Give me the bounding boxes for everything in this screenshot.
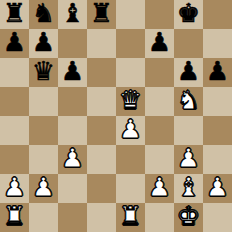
square-b7[interactable]: ♟ xyxy=(29,29,58,58)
square-e8[interactable] xyxy=(116,0,145,29)
square-h3[interactable] xyxy=(203,145,232,174)
square-b4[interactable] xyxy=(29,116,58,145)
square-g1[interactable]: ♚ xyxy=(174,203,203,232)
piece-white-bishop-g2[interactable]: ♝ xyxy=(177,174,200,202)
square-e5[interactable]: ♛ xyxy=(116,87,145,116)
piece-white-rook-a1[interactable]: ♜ xyxy=(3,203,26,231)
square-c4[interactable] xyxy=(58,116,87,145)
piece-white-king-g1[interactable]: ♚ xyxy=(177,203,200,231)
square-h7[interactable] xyxy=(203,29,232,58)
square-d3[interactable] xyxy=(87,145,116,174)
square-f5[interactable] xyxy=(145,87,174,116)
square-h5[interactable] xyxy=(203,87,232,116)
square-c8[interactable]: ♝ xyxy=(58,0,87,29)
square-b2[interactable]: ♟ xyxy=(29,174,58,203)
piece-white-pawn-b2[interactable]: ♟ xyxy=(32,174,55,202)
square-f7[interactable]: ♟ xyxy=(145,29,174,58)
square-a8[interactable]: ♜ xyxy=(0,0,29,29)
square-b1[interactable] xyxy=(29,203,58,232)
piece-black-bishop-c8[interactable]: ♝ xyxy=(61,0,84,28)
piece-black-pawn-g6[interactable]: ♟ xyxy=(177,58,200,86)
square-g5[interactable]: ♞ xyxy=(174,87,203,116)
piece-black-pawn-h6[interactable]: ♟ xyxy=(206,58,229,86)
piece-white-pawn-e4[interactable]: ♟ xyxy=(119,116,142,144)
piece-black-pawn-a7[interactable]: ♟ xyxy=(3,29,26,57)
square-f8[interactable] xyxy=(145,0,174,29)
piece-black-knight-b8[interactable]: ♞ xyxy=(32,0,55,28)
piece-white-pawn-f2[interactable]: ♟ xyxy=(148,174,171,202)
piece-white-pawn-h2[interactable]: ♟ xyxy=(206,174,229,202)
piece-black-queen-b6[interactable]: ♛ xyxy=(32,58,55,86)
square-d6[interactable] xyxy=(87,58,116,87)
square-f4[interactable] xyxy=(145,116,174,145)
square-h4[interactable] xyxy=(203,116,232,145)
square-c7[interactable] xyxy=(58,29,87,58)
square-f3[interactable] xyxy=(145,145,174,174)
piece-white-queen-e5[interactable]: ♛ xyxy=(119,87,142,115)
piece-white-pawn-g3[interactable]: ♟ xyxy=(177,145,200,173)
square-h1[interactable] xyxy=(203,203,232,232)
piece-white-pawn-a2[interactable]: ♟ xyxy=(3,174,26,202)
square-g8[interactable]: ♚ xyxy=(174,0,203,29)
piece-white-pawn-c3[interactable]: ♟ xyxy=(61,145,84,173)
square-f6[interactable] xyxy=(145,58,174,87)
square-e1[interactable]: ♜ xyxy=(116,203,145,232)
square-a6[interactable] xyxy=(0,58,29,87)
piece-white-rook-e1[interactable]: ♜ xyxy=(119,203,142,231)
square-b6[interactable]: ♛ xyxy=(29,58,58,87)
square-e3[interactable] xyxy=(116,145,145,174)
square-e6[interactable] xyxy=(116,58,145,87)
square-d5[interactable] xyxy=(87,87,116,116)
piece-black-king-g8[interactable]: ♚ xyxy=(177,0,200,28)
square-c6[interactable]: ♟ xyxy=(58,58,87,87)
square-h6[interactable]: ♟ xyxy=(203,58,232,87)
square-f2[interactable]: ♟ xyxy=(145,174,174,203)
piece-black-rook-d8[interactable]: ♜ xyxy=(90,0,113,28)
chess-board: ♜♞♝♜♚♟♟♟♛♟♟♟♛♞♟♟♟♟♟♟♝♟♜♜♚ xyxy=(0,0,232,232)
square-g6[interactable]: ♟ xyxy=(174,58,203,87)
square-d7[interactable] xyxy=(87,29,116,58)
square-c2[interactable] xyxy=(58,174,87,203)
square-d8[interactable]: ♜ xyxy=(87,0,116,29)
square-e7[interactable] xyxy=(116,29,145,58)
piece-black-pawn-f7[interactable]: ♟ xyxy=(148,29,171,57)
square-h2[interactable]: ♟ xyxy=(203,174,232,203)
square-b3[interactable] xyxy=(29,145,58,174)
square-a4[interactable] xyxy=(0,116,29,145)
square-c5[interactable] xyxy=(58,87,87,116)
square-g2[interactable]: ♝ xyxy=(174,174,203,203)
square-a5[interactable] xyxy=(0,87,29,116)
square-a2[interactable]: ♟ xyxy=(0,174,29,203)
square-d1[interactable] xyxy=(87,203,116,232)
square-a3[interactable] xyxy=(0,145,29,174)
square-g4[interactable] xyxy=(174,116,203,145)
piece-black-rook-a8[interactable]: ♜ xyxy=(3,0,26,28)
square-e4[interactable]: ♟ xyxy=(116,116,145,145)
square-g3[interactable]: ♟ xyxy=(174,145,203,174)
square-c1[interactable] xyxy=(58,203,87,232)
square-f1[interactable] xyxy=(145,203,174,232)
piece-black-pawn-c6[interactable]: ♟ xyxy=(61,58,84,86)
square-e2[interactable] xyxy=(116,174,145,203)
square-h8[interactable] xyxy=(203,0,232,29)
square-d2[interactable] xyxy=(87,174,116,203)
square-a1[interactable]: ♜ xyxy=(0,203,29,232)
square-b8[interactable]: ♞ xyxy=(29,0,58,29)
square-b5[interactable] xyxy=(29,87,58,116)
square-c3[interactable]: ♟ xyxy=(58,145,87,174)
square-g7[interactable] xyxy=(174,29,203,58)
square-d4[interactable] xyxy=(87,116,116,145)
piece-white-knight-g5[interactable]: ♞ xyxy=(177,87,200,115)
square-a7[interactable]: ♟ xyxy=(0,29,29,58)
piece-black-pawn-b7[interactable]: ♟ xyxy=(32,29,55,57)
